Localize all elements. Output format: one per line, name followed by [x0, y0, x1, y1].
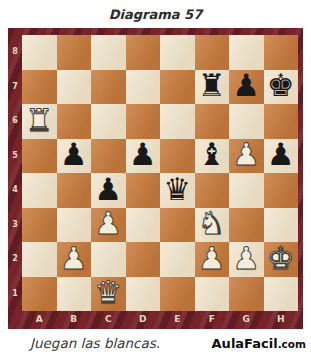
- square-g5: ♟: [229, 139, 264, 174]
- square-c6: [91, 104, 126, 139]
- square-d5: ♟: [126, 139, 161, 174]
- site-logo: AulaFacil.com: [212, 333, 306, 352]
- square-e8: [160, 35, 195, 70]
- black-pawn: ♟: [129, 139, 157, 170]
- square-h2: ♚: [264, 242, 299, 277]
- rank-label-2: 2: [8, 242, 22, 277]
- rank-label-6: 6: [8, 104, 22, 139]
- black-pawn: ♟: [232, 70, 260, 101]
- square-d6: [126, 104, 161, 139]
- white-pawn: ♟: [232, 139, 260, 170]
- square-h6: [264, 104, 299, 139]
- square-d3: [126, 208, 161, 243]
- file-label-b: B: [57, 312, 92, 329]
- black-queen: ♛: [163, 174, 191, 205]
- square-a3: [22, 208, 57, 243]
- square-c8: [91, 35, 126, 70]
- black-pawn: ♟: [267, 139, 295, 170]
- rank-labels: 87654321: [8, 35, 22, 311]
- square-b3: [57, 208, 92, 243]
- black-pawn: ♟: [94, 174, 122, 205]
- white-king: ♚: [267, 243, 295, 274]
- rank-label-3: 3: [8, 208, 22, 243]
- square-c1: ♛: [91, 277, 126, 312]
- square-d4: [126, 173, 161, 208]
- square-f5: ♝: [195, 139, 230, 174]
- black-rook: ♜: [198, 70, 226, 101]
- square-f2: ♟: [195, 242, 230, 277]
- square-e2: [160, 242, 195, 277]
- file-label-a: A: [22, 312, 57, 329]
- square-f4: [195, 173, 230, 208]
- square-h5: ♟: [264, 139, 299, 174]
- black-king: ♚: [267, 70, 295, 101]
- square-c2: [91, 242, 126, 277]
- chess-board: 87654321 ♜♟♚♜♟♟♝♟♟♟♛♟♞♟♟♟♚♛ ABCDEFGH: [8, 28, 303, 329]
- square-f8: [195, 35, 230, 70]
- square-c4: ♟: [91, 173, 126, 208]
- square-f3: ♞: [195, 208, 230, 243]
- site-logo-tld: .com: [278, 338, 306, 350]
- square-e5: [160, 139, 195, 174]
- white-pawn: ♟: [60, 243, 88, 274]
- square-g8: [229, 35, 264, 70]
- square-h7: ♚: [264, 70, 299, 105]
- square-e7: [160, 70, 195, 105]
- square-h8: [264, 35, 299, 70]
- square-a8: [22, 35, 57, 70]
- square-f7: ♜: [195, 70, 230, 105]
- square-b1: [57, 277, 92, 312]
- square-f1: [195, 277, 230, 312]
- square-e4: ♛: [160, 173, 195, 208]
- square-h1: [264, 277, 299, 312]
- file-label-c: C: [91, 312, 126, 329]
- square-b5: ♟: [57, 139, 92, 174]
- square-a7: [22, 70, 57, 105]
- square-d2: [126, 242, 161, 277]
- white-queen: ♛: [94, 277, 122, 308]
- square-b8: [57, 35, 92, 70]
- white-pawn: ♟: [232, 243, 260, 274]
- square-a1: [22, 277, 57, 312]
- square-c3: ♟: [91, 208, 126, 243]
- square-a4: [22, 173, 57, 208]
- square-b2: ♟: [57, 242, 92, 277]
- rank-label-5: 5: [8, 139, 22, 174]
- square-g1: [229, 277, 264, 312]
- square-g6: [229, 104, 264, 139]
- square-b7: [57, 70, 92, 105]
- square-g3: [229, 208, 264, 243]
- page-title: Diagrama 57: [0, 0, 311, 28]
- file-label-h: H: [264, 312, 299, 329]
- square-e1: [160, 277, 195, 312]
- square-g4: [229, 173, 264, 208]
- square-h4: [264, 173, 299, 208]
- rank-label-1: 1: [8, 277, 22, 312]
- white-knight: ♞: [198, 208, 226, 239]
- square-d1: [126, 277, 161, 312]
- board-grid: ♜♟♚♜♟♟♝♟♟♟♛♟♞♟♟♟♚♛: [22, 35, 298, 311]
- square-b6: [57, 104, 92, 139]
- square-g2: ♟: [229, 242, 264, 277]
- file-label-e: E: [160, 312, 195, 329]
- rank-label-7: 7: [8, 70, 22, 105]
- white-pawn: ♟: [198, 243, 226, 274]
- rank-label-8: 8: [8, 35, 22, 70]
- site-logo-name: AulaFacil: [212, 336, 278, 351]
- turn-caption: Juegan las blancas.: [30, 335, 160, 351]
- square-g7: ♟: [229, 70, 264, 105]
- square-e3: [160, 208, 195, 243]
- square-d8: [126, 35, 161, 70]
- file-label-f: F: [195, 312, 230, 329]
- black-pawn: ♟: [60, 139, 88, 170]
- rank-label-4: 4: [8, 173, 22, 208]
- square-a5: [22, 139, 57, 174]
- square-b4: [57, 173, 92, 208]
- white-rook: ♜: [25, 105, 53, 136]
- white-pawn: ♟: [94, 208, 122, 239]
- file-label-d: D: [126, 312, 161, 329]
- black-bishop: ♝: [198, 139, 226, 170]
- square-d7: [126, 70, 161, 105]
- square-a6: ♜: [22, 104, 57, 139]
- square-f6: [195, 104, 230, 139]
- file-label-g: G: [229, 312, 264, 329]
- square-c7: [91, 70, 126, 105]
- square-h3: [264, 208, 299, 243]
- footer: Juegan las blancas. AulaFacil.com: [0, 329, 311, 352]
- square-e6: [160, 104, 195, 139]
- square-a2: [22, 242, 57, 277]
- file-labels: ABCDEFGH: [22, 312, 298, 329]
- square-c5: [91, 139, 126, 174]
